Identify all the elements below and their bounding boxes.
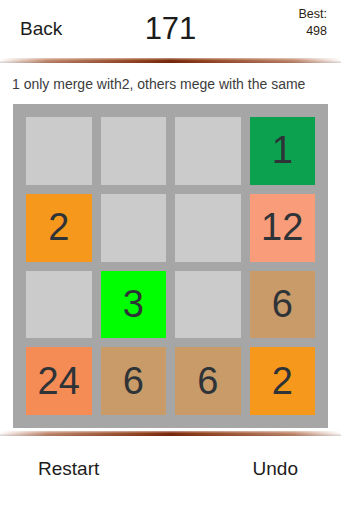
board-cell-r4c1: 24 [26,347,92,415]
board-cell-r1c3 [175,117,241,185]
header-divider [0,58,341,63]
board-cell-r3c3 [175,271,241,339]
board-cell-r4c4: 2 [250,347,316,415]
undo-button[interactable]: Undo [253,458,298,480]
rules-hint-text: 1 only merge with2, others mege with the… [12,76,305,92]
game-board[interactable]: 1 2 12 3 6 24 6 6 2 [13,104,328,428]
board-cell-r2c1: 2 [26,194,92,262]
best-value: 498 [299,23,328,40]
best-label: Best: [299,6,328,23]
board-cell-r3c2: 3 [101,271,167,339]
board-cell-r1c4: 1 [250,117,316,185]
score-value: 171 [0,11,341,47]
restart-button[interactable]: Restart [38,458,99,480]
board-cell-r1c2 [101,117,167,185]
board-cell-r4c3: 6 [175,347,241,415]
board-cell-r3c4: 6 [250,271,316,339]
footer-bar: Restart Undo [0,436,341,512]
board-cell-r2c3 [175,194,241,262]
board-cell-r3c1 [26,271,92,339]
board-cell-r1c1 [26,117,92,185]
board-cell-r4c2: 6 [101,347,167,415]
board-cell-r2c2 [101,194,167,262]
header-bar: Back 171 Best: 498 [0,0,341,58]
board-cell-r2c4: 12 [250,194,316,262]
game-screen: Back 171 Best: 498 1 only merge with2, o… [0,0,341,512]
best-score: Best: 498 [299,6,328,40]
